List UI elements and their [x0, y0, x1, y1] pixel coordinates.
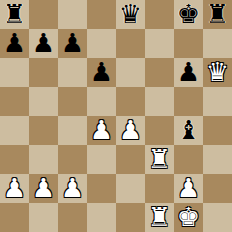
square-e6[interactable] — [116, 58, 145, 87]
square-f6[interactable] — [145, 58, 174, 87]
square-h8[interactable]: ♜ — [203, 0, 232, 29]
square-c4[interactable] — [58, 116, 87, 145]
black-pawn: ♟ — [177, 58, 200, 87]
square-b5[interactable] — [29, 87, 58, 116]
black-pawn: ♟ — [90, 58, 113, 87]
black-bishop: ♝ — [177, 116, 200, 145]
black-rook: ♜ — [3, 0, 26, 29]
square-c6[interactable] — [58, 58, 87, 87]
square-b3[interactable] — [29, 145, 58, 174]
square-b6[interactable] — [29, 58, 58, 87]
square-c2[interactable]: ♟ — [58, 174, 87, 203]
square-h1[interactable] — [203, 203, 232, 232]
square-d8[interactable] — [87, 0, 116, 29]
white-pawn: ♟ — [90, 116, 113, 145]
square-a5[interactable] — [0, 87, 29, 116]
square-f5[interactable] — [145, 87, 174, 116]
square-e4[interactable]: ♟ — [116, 116, 145, 145]
square-f3[interactable]: ♜ — [145, 145, 174, 174]
square-c1[interactable] — [58, 203, 87, 232]
square-h3[interactable] — [203, 145, 232, 174]
square-c7[interactable]: ♟ — [58, 29, 87, 58]
square-d3[interactable] — [87, 145, 116, 174]
square-a8[interactable]: ♜ — [0, 0, 29, 29]
square-a1[interactable] — [0, 203, 29, 232]
square-e1[interactable] — [116, 203, 145, 232]
square-d1[interactable] — [87, 203, 116, 232]
black-pawn: ♟ — [61, 29, 84, 58]
square-d7[interactable] — [87, 29, 116, 58]
square-e2[interactable] — [116, 174, 145, 203]
square-d2[interactable] — [87, 174, 116, 203]
white-pawn: ♟ — [61, 174, 84, 203]
square-b4[interactable] — [29, 116, 58, 145]
square-f7[interactable] — [145, 29, 174, 58]
square-c3[interactable] — [58, 145, 87, 174]
square-d4[interactable]: ♟ — [87, 116, 116, 145]
square-e3[interactable] — [116, 145, 145, 174]
square-b1[interactable] — [29, 203, 58, 232]
square-g2[interactable]: ♟ — [174, 174, 203, 203]
square-g8[interactable]: ♚ — [174, 0, 203, 29]
square-g3[interactable] — [174, 145, 203, 174]
square-h2[interactable] — [203, 174, 232, 203]
square-g1[interactable]: ♚ — [174, 203, 203, 232]
square-g5[interactable] — [174, 87, 203, 116]
square-a6[interactable] — [0, 58, 29, 87]
chess-board: ♜♛♚♜♟♟♟♟♟♛♟♟♝♜♟♟♟♟♜♚ — [0, 0, 232, 232]
square-h4[interactable] — [203, 116, 232, 145]
white-rook: ♜ — [148, 203, 171, 232]
square-g4[interactable]: ♝ — [174, 116, 203, 145]
square-e7[interactable] — [116, 29, 145, 58]
square-h5[interactable] — [203, 87, 232, 116]
white-pawn: ♟ — [3, 174, 26, 203]
black-rook: ♜ — [206, 0, 229, 29]
square-f8[interactable] — [145, 0, 174, 29]
square-e8[interactable]: ♛ — [116, 0, 145, 29]
white-rook: ♜ — [148, 145, 171, 174]
square-b8[interactable] — [29, 0, 58, 29]
square-a2[interactable]: ♟ — [0, 174, 29, 203]
black-pawn: ♟ — [32, 29, 55, 58]
square-f2[interactable] — [145, 174, 174, 203]
square-e5[interactable] — [116, 87, 145, 116]
square-a3[interactable] — [0, 145, 29, 174]
square-h7[interactable] — [203, 29, 232, 58]
black-queen: ♛ — [119, 0, 142, 29]
black-pawn: ♟ — [3, 29, 26, 58]
square-b7[interactable]: ♟ — [29, 29, 58, 58]
black-king: ♚ — [177, 0, 200, 29]
square-g6[interactable]: ♟ — [174, 58, 203, 87]
square-f4[interactable] — [145, 116, 174, 145]
square-d6[interactable]: ♟ — [87, 58, 116, 87]
square-c5[interactable] — [58, 87, 87, 116]
square-f1[interactable]: ♜ — [145, 203, 174, 232]
white-pawn: ♟ — [32, 174, 55, 203]
white-queen: ♛ — [206, 58, 229, 87]
square-a7[interactable]: ♟ — [0, 29, 29, 58]
square-a4[interactable] — [0, 116, 29, 145]
white-pawn: ♟ — [177, 174, 200, 203]
white-pawn: ♟ — [119, 116, 142, 145]
square-h6[interactable]: ♛ — [203, 58, 232, 87]
square-b2[interactable]: ♟ — [29, 174, 58, 203]
square-d5[interactable] — [87, 87, 116, 116]
square-c8[interactable] — [58, 0, 87, 29]
white-king: ♚ — [177, 203, 200, 232]
square-g7[interactable] — [174, 29, 203, 58]
